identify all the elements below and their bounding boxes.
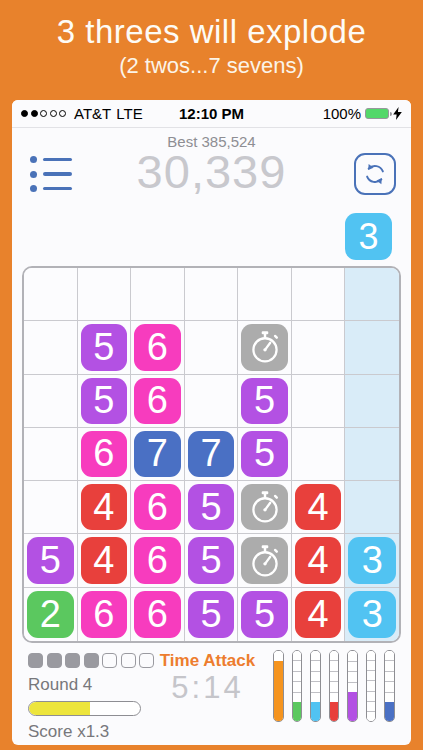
round-square (65, 653, 80, 668)
twos-meter (292, 650, 303, 722)
number-tile-5: 5 (241, 591, 288, 638)
network-label: LTE (116, 105, 142, 122)
multiplier-progress-bar (28, 701, 141, 716)
number-tile-7: 7 (188, 431, 235, 477)
round-progress-squares (28, 653, 154, 668)
cell-r3c5[interactable]: 5 (238, 375, 292, 428)
cell-r5c2[interactable]: 4 (78, 481, 132, 534)
number-tile-4: 4 (81, 537, 128, 583)
cell-r4c7[interactable] (345, 428, 399, 481)
number-tile-5: 5 (188, 484, 235, 530)
number-tile-5: 5 (27, 537, 74, 583)
cell-r7c6[interactable]: 4 (292, 588, 346, 641)
cell-r7c5[interactable]: 5 (238, 588, 292, 641)
cell-r3c3[interactable]: 6 (131, 375, 185, 428)
number-tile-6: 6 (134, 484, 181, 530)
refresh-icon (360, 159, 390, 189)
score-multiplier-label: Score x1.3 (28, 722, 109, 742)
number-tile-5: 5 (81, 324, 128, 370)
cell-r1c6[interactable] (292, 268, 346, 321)
signal-strength-icon (21, 110, 66, 117)
cell-r2c5[interactable] (238, 321, 292, 374)
round-meter (273, 650, 284, 722)
cell-r1c3[interactable] (131, 268, 185, 321)
status-bar: AT&T LTE 12:10 PM 100% (12, 100, 411, 128)
threes-meter (310, 650, 321, 722)
fours-meter (329, 650, 340, 722)
battery-percent-label: 100% (323, 105, 361, 122)
phone-screen: AT&T LTE 12:10 PM 100% Best 385,524 30,3… (12, 100, 411, 745)
number-tile-6: 6 (134, 324, 181, 370)
cell-r3c4[interactable] (185, 375, 239, 428)
number-tile-6: 6 (81, 591, 128, 638)
cell-r1c4[interactable] (185, 268, 239, 321)
cell-r7c3[interactable]: 6 (131, 588, 185, 641)
number-tile-6: 6 (134, 378, 181, 424)
stopwatch-tile (241, 484, 288, 530)
cell-r6c6[interactable]: 4 (292, 534, 346, 587)
number-tile-4: 4 (295, 484, 342, 530)
cell-r2c3[interactable]: 6 (131, 321, 185, 374)
board[interactable]: 56565677546545465432665543 (22, 266, 401, 643)
cell-r3c1[interactable] (24, 375, 78, 428)
fives-meter (347, 650, 358, 722)
cell-r7c4[interactable]: 5 (185, 588, 239, 641)
cell-r1c5[interactable] (238, 268, 292, 321)
number-tile-5: 5 (81, 378, 128, 424)
cell-r6c4[interactable]: 5 (185, 534, 239, 587)
cell-r6c3[interactable]: 6 (131, 534, 185, 587)
stopwatch-icon (246, 488, 284, 526)
cell-r6c2[interactable]: 4 (78, 534, 132, 587)
round-square (28, 653, 43, 668)
page-subtitle: (2 twos...7 sevens) (0, 53, 423, 79)
restart-button[interactable] (354, 153, 396, 195)
cell-r5c5[interactable] (238, 481, 292, 534)
cell-r5c7[interactable] (345, 481, 399, 534)
number-tile-5: 5 (241, 431, 288, 477)
cell-r7c7[interactable]: 3 (345, 588, 399, 641)
round-square (121, 653, 136, 668)
cell-r4c3[interactable]: 7 (131, 428, 185, 481)
battery-icon (365, 108, 389, 119)
cell-r4c5[interactable]: 5 (238, 428, 292, 481)
round-label: Round 4 (28, 675, 92, 695)
cell-r3c7[interactable] (345, 375, 399, 428)
cell-r5c6[interactable]: 4 (292, 481, 346, 534)
cell-r2c6[interactable] (292, 321, 346, 374)
number-tile-7: 7 (134, 431, 181, 477)
round-square (84, 653, 99, 668)
round-square (47, 653, 62, 668)
cell-r6c5[interactable] (238, 534, 292, 587)
cell-r4c4[interactable]: 7 (185, 428, 239, 481)
number-tile-6: 6 (134, 537, 181, 583)
cell-r1c1[interactable] (24, 268, 78, 321)
number-tile-5: 5 (188, 537, 235, 583)
number-tile-5: 5 (188, 591, 235, 638)
stopwatch-icon (246, 542, 284, 580)
multiplier-progress-fill (29, 702, 90, 715)
app-header: 3 threes will explode (2 twos...7 sevens… (0, 0, 423, 100)
number-tile-5: 5 (241, 378, 288, 424)
number-tile-6: 6 (134, 591, 181, 638)
cell-r6c1[interactable]: 5 (24, 534, 78, 587)
sevens-meter (384, 650, 395, 722)
cell-r5c3[interactable]: 6 (131, 481, 185, 534)
number-tile-4: 4 (81, 484, 128, 530)
cell-r4c1[interactable] (24, 428, 78, 481)
carrier-label: AT&T (74, 105, 111, 122)
number-tile-6: 6 (81, 431, 128, 477)
number-tile-2: 2 (27, 591, 74, 638)
number-tile-3: 3 (348, 591, 396, 638)
current-score: 30,339 (12, 144, 411, 199)
cell-r1c2[interactable] (78, 268, 132, 321)
cell-r4c6[interactable] (292, 428, 346, 481)
cell-r2c4[interactable] (185, 321, 239, 374)
number-tile-4: 4 (295, 591, 342, 638)
cell-r2c7[interactable] (345, 321, 399, 374)
cell-r3c2[interactable]: 5 (78, 375, 132, 428)
game-mode-label: Time Attack (140, 651, 275, 671)
cell-r3c6[interactable] (292, 375, 346, 428)
number-meters (273, 650, 395, 722)
charging-bolt-icon (393, 107, 402, 120)
cell-r6c7[interactable]: 3 (345, 534, 399, 587)
number-tile-3: 3 (348, 537, 396, 583)
stopwatch-tile (241, 537, 288, 583)
cell-r2c1[interactable] (24, 321, 78, 374)
cell-r7c1[interactable]: 2 (24, 588, 78, 641)
stopwatch-tile (241, 324, 288, 370)
cell-r2c2[interactable]: 5 (78, 321, 132, 374)
next-tile: 3 (345, 213, 392, 260)
number-tile-4: 4 (295, 537, 342, 583)
cell-r7c2[interactable]: 6 (78, 588, 132, 641)
page-title: 3 threes will explode (0, 13, 423, 51)
sixes-meter (366, 650, 377, 722)
cell-r1c7[interactable] (345, 268, 399, 321)
cell-r5c4[interactable]: 5 (185, 481, 239, 534)
cell-r4c2[interactable]: 6 (78, 428, 132, 481)
cell-r5c1[interactable] (24, 481, 78, 534)
round-square (102, 653, 117, 668)
stopwatch-icon (246, 328, 284, 366)
time-remaining: 5:14 (140, 670, 275, 706)
